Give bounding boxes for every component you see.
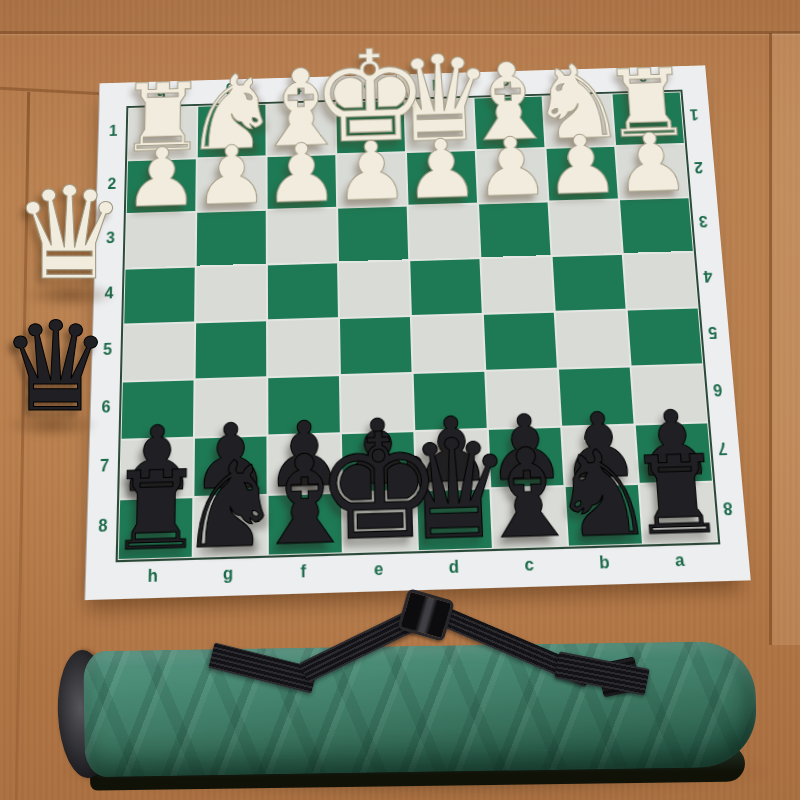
piece-white-pawn-g2: ♟: [194, 134, 270, 217]
piece-white-pawn-h2: ♟: [123, 136, 199, 219]
piece-white-pawn-f2: ♟: [264, 132, 340, 215]
offboard-black-queen: ♛: [0, 305, 111, 429]
piece-black-pawn-c7: ♟: [484, 402, 567, 494]
rank-label-left-1: 1: [102, 123, 126, 140]
piece-white-pawn-e2: ♟: [333, 130, 410, 213]
piece-white-pawn-a2: ♟: [611, 122, 692, 205]
piece-black-pawn-f7: ♟: [265, 409, 345, 501]
rank-label-right-1: 1: [682, 105, 707, 122]
rank-label-left-8: 8: [90, 516, 115, 536]
rank-label-right-6: 6: [705, 380, 731, 399]
cardboard-seam-top: [0, 31, 800, 34]
file-label-top-h: h: [127, 83, 196, 101]
piece-white-pawn-b2: ♟: [542, 124, 622, 207]
file-label-bottom-a: a: [641, 550, 718, 572]
rank-label-right-4: 4: [695, 267, 720, 285]
piece-black-bishop-c8: ♝: [472, 431, 585, 557]
file-label-top-g: g: [195, 81, 264, 99]
file-label-top-f: f: [264, 79, 333, 97]
file-label-top-d: d: [402, 75, 471, 93]
bag-body: [83, 641, 757, 778]
piece-black-rook-h8: ♜: [107, 456, 203, 567]
rank-label-right-3: 3: [691, 212, 716, 230]
file-label-bottom-d: d: [416, 557, 492, 579]
rank-label-left-7: 7: [92, 456, 117, 475]
piece-white-pawn-d2: ♟: [403, 128, 481, 211]
scene: ♜♞♝♛♚♝♞♜♟♟♟♟♟♟♟♟♟♟♟♟♟♟♟♟♜♞♝♛♚♝♞♜ 1234567…: [0, 0, 800, 800]
piece-black-pawn-b7: ♟: [557, 400, 642, 492]
file-label-top-c: c: [471, 73, 541, 91]
piece-black-knight-g8: ♞: [178, 444, 283, 566]
offboard-white-queen: ♛: [12, 170, 127, 298]
file-label-bottom-b: b: [566, 552, 643, 574]
chess-board: ♜♞♝♛♚♝♞♜♟♟♟♟♟♟♟♟♟♟♟♟♟♟♟♟♜♞♝♛♚♝♞♜ 1234567…: [85, 65, 750, 600]
rank-label-right-2: 2: [686, 158, 711, 176]
piece-black-pawn-g7: ♟: [191, 411, 271, 503]
piece-layer: ♜♞♝♛♚♝♞♜♟♟♟♟♟♟♟♟♟♟♟♟♟♟♟♟♜♞♝♛♚♝♞♜: [118, 91, 718, 560]
cardboard-top-strip: [0, 0, 800, 31]
file-label-bottom-g: g: [190, 563, 265, 585]
rank-label-right-7: 7: [709, 438, 735, 457]
piece-black-king-e8: ♚: [314, 414, 445, 563]
piece-black-pawn-d7: ♟: [411, 404, 493, 496]
file-label-bottom-c: c: [491, 554, 567, 576]
rank-label-right-5: 5: [700, 323, 726, 342]
piece-black-pawn-e7: ♟: [338, 406, 419, 498]
file-label-top-b: b: [539, 71, 609, 89]
file-label-bottom-e: e: [341, 559, 417, 581]
rank-label-right-8: 8: [714, 498, 740, 518]
piece-black-pawn-a7: ♟: [630, 398, 716, 490]
piece-white-pawn-c2: ♟: [472, 126, 551, 209]
cardboard-right-strip: [772, 33, 800, 645]
piece-black-queen-d8: ♛: [391, 420, 516, 560]
file-label-top-a: a: [608, 69, 678, 87]
file-label-top-e: e: [333, 77, 402, 95]
piece-black-knight-b8: ♞: [547, 433, 658, 554]
piece-black-pawn-h7: ♟: [116, 413, 196, 505]
file-label-bottom-f: f: [266, 561, 341, 583]
file-label-bottom-h: h: [115, 565, 191, 587]
board-play-area: ♜♞♝♛♚♝♞♜♟♟♟♟♟♟♟♟♟♟♟♟♟♟♟♟♜♞♝♛♚♝♞♜: [116, 90, 721, 563]
piece-black-bishop-f8: ♝: [251, 438, 360, 564]
